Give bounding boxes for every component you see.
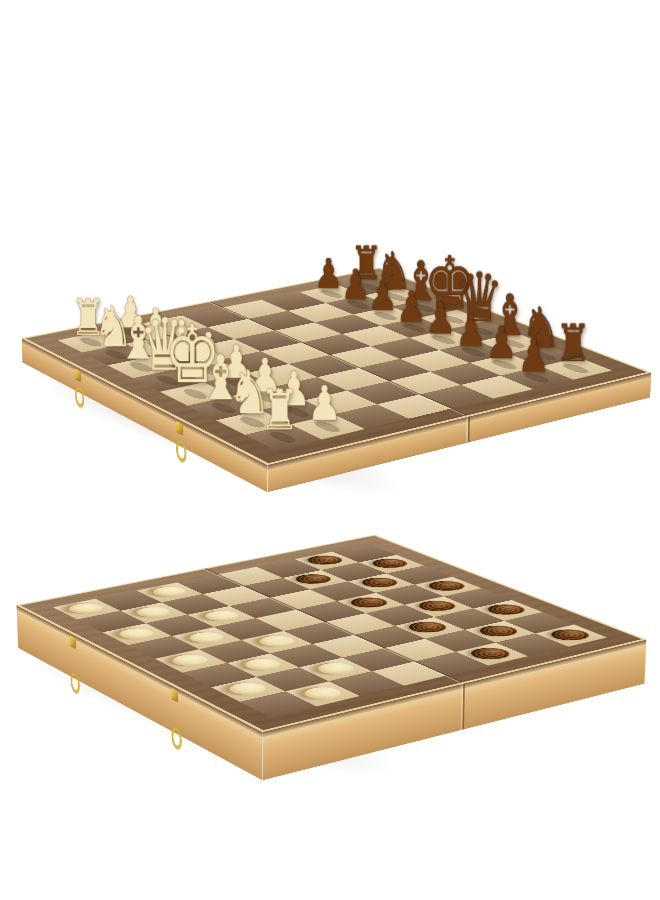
- light-checker: [114, 626, 160, 641]
- light-checker: [131, 605, 176, 619]
- clasp-plate: [171, 688, 178, 702]
- light-checker: [167, 653, 214, 668]
- light-checker: [239, 657, 287, 673]
- light-checker: [298, 685, 348, 702]
- checkers-board-photo: [0, 0, 660, 900]
- light-checker: [312, 661, 360, 677]
- dark-checker: [348, 596, 393, 609]
- brass-clasp: [69, 635, 77, 683]
- fold-seam: [462, 683, 465, 730]
- dark-checker: [477, 624, 524, 638]
- clasp-plate: [70, 636, 76, 649]
- dark-checker: [306, 554, 348, 566]
- product-photo-page: ♜♞♝♚♛♝♞♜♟♟♟♟♟♟♟♟♟♟♟♟♟♟♟♟♜♞♝♛♚♝♞♜: [0, 0, 660, 900]
- dark-checker: [426, 579, 470, 592]
- clasp-ring: [71, 671, 81, 696]
- light-checker: [199, 609, 244, 623]
- dark-checker: [548, 628, 595, 643]
- dark-checker: [416, 599, 461, 613]
- light-checker: [184, 630, 230, 645]
- dark-checker: [468, 646, 516, 661]
- light-checker: [223, 681, 272, 697]
- dark-checker: [370, 557, 413, 569]
- clasp-ring: [171, 725, 182, 752]
- brass-clasp: [171, 688, 180, 739]
- dark-checker: [294, 573, 337, 586]
